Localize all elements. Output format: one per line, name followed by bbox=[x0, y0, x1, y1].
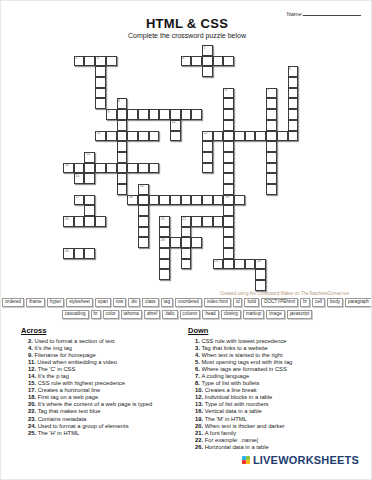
word-bank-item: ordered bbox=[2, 298, 24, 307]
down-list: 1. CSS rule with lowest precedence3. Tag… bbox=[188, 338, 360, 452]
clue-item: 3. Tag that links to a website bbox=[188, 345, 360, 352]
clue-item: 4. It's the img tag bbox=[21, 345, 183, 352]
crossword-cell[interactable]: 9 bbox=[106, 109, 117, 120]
crossword-cell[interactable] bbox=[277, 131, 288, 142]
crossword-grid[interactable]: 1234567891011121314151617181920212223242… bbox=[31, 45, 298, 291]
crossword-cell[interactable] bbox=[202, 163, 213, 174]
clue-item: 11. Used when embedding a video bbox=[21, 359, 183, 366]
crossword-cell[interactable] bbox=[288, 131, 299, 142]
crossword-cell[interactable] bbox=[223, 227, 234, 238]
crossword-cell[interactable]: 23 bbox=[159, 237, 170, 248]
cell-number: 13 bbox=[86, 152, 90, 156]
cell-number: 22 bbox=[182, 217, 186, 221]
crossword-cell[interactable] bbox=[138, 131, 149, 142]
crossword-cell[interactable] bbox=[202, 195, 213, 206]
crossword-cell[interactable] bbox=[223, 173, 234, 184]
crossword-cell[interactable] bbox=[191, 56, 202, 67]
cell-number: 21 bbox=[161, 217, 165, 221]
crossword-cell[interactable] bbox=[95, 66, 106, 77]
cell-number: 25 bbox=[214, 259, 218, 263]
crossword-cell[interactable] bbox=[138, 216, 149, 227]
word-bank-item: closing bbox=[221, 310, 241, 319]
crossword-cell[interactable] bbox=[84, 163, 95, 174]
word-bank-item: span bbox=[95, 298, 111, 307]
crossword-cell[interactable] bbox=[288, 88, 299, 99]
crossword-cell[interactable] bbox=[255, 269, 266, 280]
crossword-cell[interactable]: 16 bbox=[138, 184, 149, 195]
clue-item: 7. A coding language bbox=[188, 373, 360, 380]
clue-item: 1. CSS rule with lowest precedence bbox=[188, 338, 360, 345]
word-bank-item: unordered bbox=[175, 298, 202, 307]
crossword-cell[interactable] bbox=[288, 98, 299, 109]
crossword-cell[interactable] bbox=[117, 184, 128, 195]
crossword-cell[interactable] bbox=[138, 195, 149, 206]
across-section: Across 2. Used to format a section of te… bbox=[21, 326, 183, 437]
crossword-cell[interactable] bbox=[159, 248, 170, 259]
word-bank-item: image bbox=[266, 310, 285, 319]
crossword-cell[interactable] bbox=[181, 109, 192, 120]
clue-item: 14. It's the p tag bbox=[21, 373, 183, 380]
crossword-cell[interactable] bbox=[138, 227, 149, 238]
across-heading: Across bbox=[21, 326, 183, 335]
cell-number: 10 bbox=[172, 120, 176, 124]
clue-item: 21. A font family bbox=[188, 430, 360, 437]
clue-item: 12. Individual blocks in a table bbox=[188, 394, 360, 401]
crossword-cell[interactable] bbox=[266, 184, 277, 195]
crossword-cell[interactable] bbox=[266, 152, 277, 163]
crossword-cell[interactable]: 8 bbox=[117, 98, 128, 109]
word-bank-item: cascading bbox=[62, 310, 89, 319]
crossword-cell[interactable] bbox=[95, 88, 106, 99]
liveworksheets-logo-icon bbox=[242, 456, 251, 465]
crossword-cell[interactable] bbox=[223, 205, 234, 216]
crossword-cell[interactable] bbox=[223, 237, 234, 248]
crossword-cell[interactable] bbox=[223, 56, 234, 67]
crossword-cell[interactable] bbox=[170, 237, 181, 248]
page-subtitle: Complete the crossword puzzle below bbox=[1, 32, 372, 39]
clue-item: 8. Type of list with bullets bbox=[188, 380, 360, 387]
word-bank-item: br bbox=[91, 310, 101, 319]
clue-item: 6. Where tags are formatted in CSS bbox=[188, 366, 360, 373]
cell-number: 26 bbox=[257, 259, 261, 263]
credit-line: Created using the Crossword Maker on The… bbox=[220, 291, 349, 296]
crossword-cell[interactable] bbox=[266, 163, 277, 174]
crossword-cell[interactable] bbox=[170, 109, 181, 120]
crossword-cell[interactable] bbox=[234, 259, 245, 270]
word-bank-item: class bbox=[142, 298, 158, 307]
crossword-cell[interactable] bbox=[181, 195, 192, 206]
crossword-cell[interactable] bbox=[117, 120, 128, 131]
crossword-cell[interactable] bbox=[159, 269, 170, 280]
crossword-cell[interactable] bbox=[191, 195, 202, 206]
cell-number: 12 bbox=[204, 131, 208, 135]
crossword-cell[interactable]: 7 bbox=[266, 88, 277, 99]
crossword-cell[interactable] bbox=[223, 98, 234, 109]
clue-item: 9. Filename for homepage bbox=[21, 352, 183, 359]
cell-number: 8 bbox=[118, 99, 120, 103]
word-bank-item: head bbox=[202, 310, 218, 319]
word-bank-item: row bbox=[113, 298, 126, 307]
crossword-cell[interactable] bbox=[127, 109, 138, 120]
crossword-cell[interactable] bbox=[202, 216, 213, 227]
word-bank-item: index.html bbox=[204, 298, 231, 307]
cell-number: 20 bbox=[65, 217, 69, 221]
crossword-cell[interactable] bbox=[117, 152, 128, 163]
crossword-cell[interactable] bbox=[170, 195, 181, 206]
cell-number: 11 bbox=[97, 131, 101, 135]
clue-item: 4. When text is slanted to the right bbox=[188, 352, 360, 359]
crossword-cell[interactable] bbox=[191, 109, 202, 120]
crossword-cell[interactable] bbox=[149, 131, 160, 142]
cell-number: 23 bbox=[161, 238, 165, 242]
down-heading: Down bbox=[188, 326, 360, 335]
cell-number: 4 bbox=[182, 56, 184, 60]
cell-number: 19 bbox=[225, 195, 229, 199]
crossword-cell[interactable] bbox=[117, 109, 128, 120]
crossword-cell[interactable]: 6 bbox=[223, 88, 234, 99]
crossword-cell[interactable] bbox=[74, 163, 85, 174]
crossword-cell[interactable]: 24 bbox=[63, 248, 74, 259]
crossword-cell[interactable] bbox=[223, 248, 234, 259]
crossword-cell[interactable] bbox=[213, 56, 224, 67]
clue-item: 20. It's where the content of a web page… bbox=[21, 401, 183, 408]
cell-number: 15 bbox=[75, 174, 79, 178]
crossword-cell[interactable] bbox=[181, 248, 192, 259]
crossword-cell[interactable] bbox=[202, 66, 213, 77]
worksheet-page: { "header": { "name_label": "Name:", "ti… bbox=[0, 0, 372, 480]
crossword-cell[interactable]: 10 bbox=[170, 120, 181, 131]
clue-item: 22. For example: .name{ bbox=[188, 437, 360, 444]
crossword-cell[interactable] bbox=[213, 195, 224, 206]
clue-item: 19. The 'M' in HTML bbox=[188, 416, 360, 423]
crossword-cell[interactable] bbox=[181, 227, 192, 238]
clue-item: 26. Horizontal data in a table bbox=[188, 444, 360, 451]
crossword-cell[interactable] bbox=[149, 195, 160, 206]
crossword-cell[interactable] bbox=[223, 120, 234, 131]
crossword-cell[interactable] bbox=[117, 173, 128, 184]
crossword-cell[interactable]: 14 bbox=[63, 163, 74, 174]
crossword-cell[interactable]: 13 bbox=[84, 152, 95, 163]
crossword-cell[interactable] bbox=[127, 131, 138, 142]
logo-square-red bbox=[242, 460, 246, 464]
crossword-cell[interactable]: 22 bbox=[181, 216, 192, 227]
crossword-cell[interactable] bbox=[223, 131, 234, 142]
word-bank-item: hyper bbox=[47, 298, 65, 307]
crossword-cell[interactable] bbox=[159, 259, 170, 270]
liveworksheets-footer: LIVEWORKSHEETS bbox=[242, 454, 359, 466]
cell-number: 7 bbox=[268, 88, 270, 92]
crossword-cell[interactable] bbox=[266, 173, 277, 184]
crossword-cell[interactable] bbox=[213, 216, 224, 227]
word-bank-item: color bbox=[103, 310, 119, 319]
crossword-cell[interactable] bbox=[95, 216, 106, 227]
crossword-cell[interactable]: 15 bbox=[74, 173, 85, 184]
crossword-cell[interactable] bbox=[138, 109, 149, 120]
crossword-cell[interactable]: 11 bbox=[95, 131, 106, 142]
word-bank-item: markup bbox=[243, 310, 264, 319]
crossword-cell[interactable] bbox=[288, 120, 299, 131]
crossword-cell[interactable]: 3 bbox=[95, 56, 106, 67]
clue-item: 5. Most opening tags end with this tag bbox=[188, 359, 360, 366]
crossword-cell[interactable] bbox=[74, 216, 85, 227]
word-bank-row-2: cascadingbrcolortahomaahrefitaliccolumnh… bbox=[1, 310, 372, 319]
crossword-cell[interactable] bbox=[234, 131, 245, 142]
page-title: HTML & CSS bbox=[1, 16, 372, 31]
crossword-cell[interactable] bbox=[202, 141, 213, 152]
cell-number: 1 bbox=[204, 46, 206, 50]
clue-item: 13. Type of list with numbers bbox=[188, 401, 360, 408]
clue-item: 17. Creates a horizontal line bbox=[21, 387, 183, 394]
cell-number: 18 bbox=[129, 195, 133, 199]
crossword-cell[interactable] bbox=[84, 56, 95, 67]
word-bank-item: hr bbox=[300, 298, 310, 307]
crossword-cell[interactable] bbox=[117, 131, 128, 142]
crossword-cell[interactable] bbox=[223, 184, 234, 195]
crossword-cell[interactable]: 20 bbox=[63, 216, 74, 227]
crossword-cell[interactable] bbox=[95, 163, 106, 174]
crossword-cell[interactable]: 19 bbox=[223, 195, 234, 206]
crossword-cell[interactable] bbox=[138, 237, 149, 248]
crossword-cell[interactable] bbox=[266, 109, 277, 120]
cell-number: 9 bbox=[107, 110, 109, 114]
crossword-cell[interactable] bbox=[95, 98, 106, 109]
crossword-cell[interactable] bbox=[95, 77, 106, 88]
across-list: 2. Used to format a section of text4. It… bbox=[21, 338, 183, 437]
down-section: Down 1. CSS rule with lowest precedence3… bbox=[188, 326, 360, 451]
clue-item: 18. First tag on a web page bbox=[21, 394, 183, 401]
crossword-cell[interactable]: 12 bbox=[202, 131, 213, 142]
crossword-cell[interactable] bbox=[288, 77, 299, 88]
crossword-cell[interactable] bbox=[223, 216, 234, 227]
cell-number: 16 bbox=[139, 184, 143, 188]
crossword-cell[interactable] bbox=[181, 237, 192, 248]
crossword-cell[interactable] bbox=[202, 56, 213, 67]
word-bank-item: tahoma bbox=[121, 310, 142, 319]
crossword-cell[interactable] bbox=[84, 248, 95, 259]
clue-item: 22. Tag that makes text blue bbox=[21, 408, 183, 415]
crossword-cell[interactable] bbox=[170, 131, 181, 142]
crossword-cell[interactable] bbox=[223, 152, 234, 163]
cell-number: 17 bbox=[75, 195, 79, 199]
clue-item: 10. Creates a line break bbox=[188, 387, 360, 394]
crossword-cell[interactable] bbox=[74, 248, 85, 259]
clue-item: 20. When text is thicker and darker bbox=[188, 423, 360, 430]
clue-item: 2. Used to format a section of text bbox=[21, 338, 183, 345]
cell-number: 5 bbox=[289, 67, 291, 71]
logo-square-blue bbox=[242, 456, 246, 460]
word-bank-item: body bbox=[327, 298, 343, 307]
crossword-cell[interactable] bbox=[266, 120, 277, 131]
logo-square-green bbox=[246, 456, 250, 460]
crossword-cell[interactable] bbox=[223, 109, 234, 120]
cell-number: 24 bbox=[65, 249, 69, 253]
crossword-cell[interactable] bbox=[138, 163, 149, 174]
crossword-cell[interactable] bbox=[181, 259, 192, 270]
crossword-cell[interactable] bbox=[266, 98, 277, 109]
crossword-cell[interactable] bbox=[106, 56, 117, 67]
crossword-cell[interactable] bbox=[223, 141, 234, 152]
cell-number: 6 bbox=[225, 88, 227, 92]
clue-item: 16. Vertical data in a table bbox=[188, 408, 360, 415]
crossword-cell[interactable]: 18 bbox=[127, 195, 138, 206]
crossword-cell[interactable] bbox=[117, 163, 128, 174]
logo-square-yellow bbox=[246, 460, 250, 464]
word-bank-item: div bbox=[128, 298, 140, 307]
word-bank-item: iframe bbox=[26, 298, 45, 307]
crossword-cell[interactable] bbox=[159, 227, 170, 238]
crossword-cell[interactable] bbox=[223, 259, 234, 270]
crossword-cell[interactable] bbox=[106, 131, 117, 142]
clue-item: 23. Contains metadata bbox=[21, 416, 183, 423]
word-bank-item: id bbox=[233, 298, 243, 307]
crossword-cell[interactable]: 21 bbox=[159, 216, 170, 227]
word-bank-item: bold bbox=[244, 298, 259, 307]
crossword-cell[interactable] bbox=[127, 163, 138, 174]
crossword-cell[interactable]: 1 bbox=[202, 45, 213, 56]
clue-item: 25. The 'H' in HTML bbox=[21, 430, 183, 437]
word-bank-row-1: orderediframehyperstylesheetspanrowdivcl… bbox=[1, 298, 372, 307]
word-bank-item: column bbox=[180, 310, 201, 319]
crossword-cell[interactable] bbox=[266, 131, 277, 142]
crossword-cell[interactable] bbox=[117, 141, 128, 152]
crossword-cell[interactable] bbox=[149, 109, 160, 120]
word-bank-item: paragraph bbox=[345, 298, 372, 307]
crossword-cell[interactable] bbox=[255, 280, 266, 291]
word-bank-item: javascript bbox=[287, 310, 312, 319]
clue-item: 15. CSS rule with highest precedence bbox=[21, 380, 183, 387]
crossword-cell[interactable] bbox=[159, 109, 170, 120]
crossword-cell[interactable] bbox=[84, 195, 95, 206]
crossword-cell[interactable] bbox=[191, 237, 202, 248]
word-bank-item: DOCTYPEhtml bbox=[261, 298, 298, 307]
crossword-cell[interactable] bbox=[106, 163, 117, 174]
crossword-cell[interactable] bbox=[138, 205, 149, 216]
crossword-cell[interactable] bbox=[213, 131, 224, 142]
crossword-cell[interactable] bbox=[245, 259, 256, 270]
crossword-cell[interactable]: 4 bbox=[181, 56, 192, 67]
word-bank-item: italic bbox=[162, 310, 177, 319]
crossword-cell[interactable] bbox=[159, 195, 170, 206]
crossword-cell[interactable]: 5 bbox=[288, 66, 299, 77]
crossword-cell[interactable] bbox=[266, 141, 277, 152]
crossword-cell[interactable] bbox=[255, 131, 266, 142]
word-bank-item: tag bbox=[161, 298, 173, 307]
clue-item: 24. Used to format a group of elements bbox=[21, 423, 183, 430]
crossword-cell[interactable] bbox=[191, 216, 202, 227]
crossword-cell[interactable] bbox=[288, 109, 299, 120]
crossword-cell[interactable] bbox=[223, 163, 234, 174]
crossword-cell[interactable] bbox=[245, 131, 256, 142]
word-bank-item: ahref bbox=[144, 310, 160, 319]
crossword-cell[interactable]: 17 bbox=[74, 195, 85, 206]
word-bank-item: stylesheet bbox=[66, 298, 93, 307]
crossword-cell[interactable] bbox=[84, 205, 95, 216]
crossword-cell[interactable]: 26 bbox=[255, 259, 266, 270]
clue-item: 12. The 'C' in CSS bbox=[21, 366, 183, 373]
crossword-cell[interactable]: 2 bbox=[74, 56, 85, 67]
crossword-cell[interactable] bbox=[84, 173, 95, 184]
crossword-cell[interactable]: 25 bbox=[213, 259, 224, 270]
cell-number: 2 bbox=[75, 56, 77, 60]
crossword-cell[interactable] bbox=[149, 163, 160, 174]
crossword-cell[interactable] bbox=[234, 195, 245, 206]
brand-name: LIVEWORKSHEETS bbox=[253, 454, 359, 466]
word-bank-item: cell bbox=[312, 298, 325, 307]
crossword-cell[interactable] bbox=[202, 152, 213, 163]
cell-number: 14 bbox=[65, 163, 69, 167]
cell-number: 3 bbox=[97, 56, 99, 60]
crossword-cell[interactable] bbox=[84, 216, 95, 227]
